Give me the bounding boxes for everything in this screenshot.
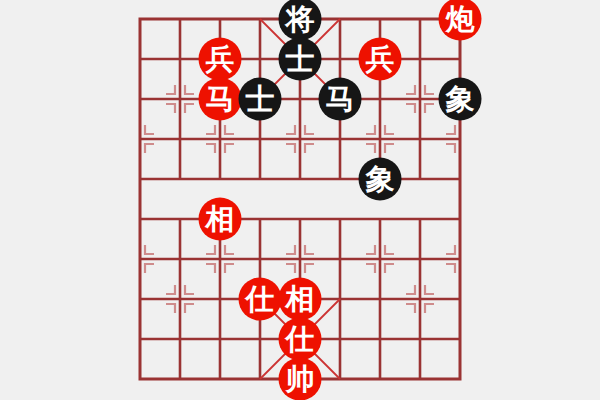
piece-red-pawn[interactable]: 兵 xyxy=(199,38,242,81)
piece-red-horse[interactable]: 马 xyxy=(199,78,242,121)
piece-red-advisor[interactable]: 仕 xyxy=(279,318,322,361)
xiangqi-board[interactable]: 将炮兵士兵马士马象象相仕相仕帅 xyxy=(0,0,600,400)
piece-red-elephant[interactable]: 相 xyxy=(279,278,322,321)
piece-black-elephant[interactable]: 象 xyxy=(359,158,402,201)
piece-black-elephant[interactable]: 象 xyxy=(439,78,482,121)
piece-black-advisor[interactable]: 士 xyxy=(239,78,282,121)
piece-red-pawn[interactable]: 兵 xyxy=(359,38,402,81)
piece-black-advisor[interactable]: 士 xyxy=(279,38,322,81)
piece-red-advisor[interactable]: 仕 xyxy=(239,278,282,321)
piece-black-horse[interactable]: 马 xyxy=(319,78,362,121)
piece-red-elephant[interactable]: 相 xyxy=(199,198,242,241)
piece-red-general[interactable]: 帅 xyxy=(279,358,322,400)
app-background: 将炮兵士兵马士马象象相仕相仕帅 xyxy=(0,0,600,400)
